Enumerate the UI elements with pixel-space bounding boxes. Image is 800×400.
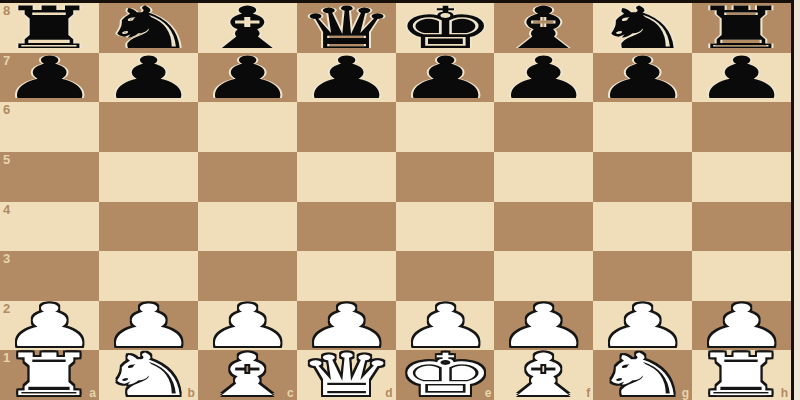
chessboard: 8♜♞♝♛♚♝♞♜7♟♟♟♟♟♟♟♟65432♟♟♟♟♟♟♟♟1a♜b♞c♝d♛… (0, 0, 794, 400)
square-e5[interactable] (396, 152, 495, 202)
square-f4[interactable] (494, 202, 593, 252)
piece-white-rook[interactable]: ♜ (645, 349, 800, 400)
square-b5[interactable] (99, 152, 198, 202)
rank-label-5: 5 (3, 152, 10, 167)
file-label-f: f (586, 387, 590, 400)
square-h4[interactable] (692, 202, 791, 252)
square-c4[interactable] (198, 202, 297, 252)
rank-label-6: 6 (3, 102, 10, 117)
rank-label-4: 4 (3, 202, 10, 217)
square-c5[interactable] (198, 152, 297, 202)
square-f5[interactable] (494, 152, 593, 202)
square-h1[interactable]: h♜ (692, 350, 791, 400)
file-label-d: d (385, 387, 392, 400)
rank-label-8: 8 (3, 3, 10, 18)
square-b4[interactable] (99, 202, 198, 252)
file-label-c: c (287, 387, 294, 400)
rank-label-1: 1 (3, 350, 10, 365)
square-a4[interactable]: 4 (0, 202, 99, 252)
square-g4[interactable] (593, 202, 692, 252)
square-d5[interactable] (297, 152, 396, 202)
rank-label-3: 3 (3, 251, 10, 266)
rank-label-2: 2 (3, 301, 10, 316)
square-d4[interactable] (297, 202, 396, 252)
square-h5[interactable] (692, 152, 791, 202)
file-label-g: g (682, 387, 689, 400)
piece-black-pawn[interactable]: ♟ (645, 52, 800, 104)
square-e4[interactable] (396, 202, 495, 252)
square-g5[interactable] (593, 152, 692, 202)
rank-label-7: 7 (3, 53, 10, 68)
square-a5[interactable]: 5 (0, 152, 99, 202)
file-label-h: h (781, 387, 788, 400)
file-label-b: b (187, 387, 194, 400)
file-label-a: a (89, 387, 96, 400)
file-label-e: e (485, 387, 492, 400)
chessboard-wrapper: 8♜♞♝♛♚♝♞♜7♟♟♟♟♟♟♟♟65432♟♟♟♟♟♟♟♟1a♜b♞c♝d♛… (0, 0, 800, 400)
square-h7[interactable]: ♟ (692, 53, 791, 103)
